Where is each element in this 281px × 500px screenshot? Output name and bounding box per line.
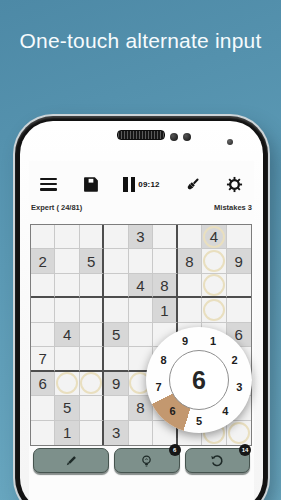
mistakes-counter: Mistakes 3 — [214, 203, 252, 214]
cell-value: 5 — [63, 399, 71, 416]
cell-r3c9[interactable] — [227, 274, 251, 298]
cell-r4c7[interactable] — [178, 298, 202, 322]
cell-r3c8[interactable] — [202, 274, 226, 298]
cell-r2c4[interactable] — [104, 249, 128, 273]
front-camera — [227, 139, 233, 145]
timer-text: 09:12 — [138, 180, 159, 189]
cell-r1c7[interactable] — [178, 225, 202, 249]
cell-r5c1[interactable] — [31, 323, 55, 347]
headline: One-touch alternate input — [0, 26, 281, 56]
wheel-number-5[interactable]: 5 — [192, 414, 206, 428]
hint-button[interactable]: 6 — [114, 448, 179, 473]
cell-r4c2[interactable] — [55, 298, 79, 322]
cell-r9c5[interactable] — [129, 421, 153, 445]
phone-frame: 09:12 — [15, 116, 268, 500]
cell-value: 1 — [160, 302, 168, 319]
cell-r2c7[interactable]: 8 — [178, 249, 202, 273]
cell-value: 4 — [63, 326, 71, 343]
cell-r5c5[interactable] — [129, 323, 153, 347]
camera-dot — [170, 133, 178, 141]
sensor-dot — [183, 133, 191, 141]
cell-r6c4[interactable] — [104, 347, 128, 371]
cell-r5c2[interactable]: 4 — [55, 323, 79, 347]
status-row: Expert ( 24/81) Mistakes 3 — [29, 203, 254, 214]
wheel-center-value: 6 — [169, 350, 229, 410]
cell-r5c4[interactable]: 5 — [104, 323, 128, 347]
cell-value: 3 — [136, 228, 144, 245]
wheel-number-2[interactable]: 2 — [228, 353, 242, 367]
app-screen: 09:12 — [29, 161, 254, 500]
cell-r2c6[interactable] — [153, 249, 177, 273]
cell-r9c1[interactable] — [31, 421, 55, 445]
wheel-number-8[interactable]: 8 — [156, 353, 170, 367]
cell-r9c3[interactable] — [80, 421, 104, 445]
cell-r2c9[interactable]: 9 — [227, 249, 251, 273]
cell-r2c2[interactable] — [55, 249, 79, 273]
cell-r8c3[interactable] — [80, 396, 104, 420]
number-wheel: 6 123456789 — [146, 327, 252, 433]
cell-r3c1[interactable] — [31, 274, 55, 298]
cell-r1c6[interactable] — [153, 225, 177, 249]
cell-value: 2 — [39, 253, 47, 270]
toolbar: 09:12 — [29, 169, 254, 199]
cell-r8c2[interactable]: 5 — [55, 396, 79, 420]
wheel-number-1[interactable]: 1 — [206, 334, 220, 348]
cell-r1c1[interactable] — [31, 225, 55, 249]
cell-value: 9 — [112, 375, 120, 392]
cell-r9c4[interactable]: 3 — [104, 421, 128, 445]
cell-r6c1[interactable]: 7 — [31, 347, 55, 371]
phone-face: 09:12 — [20, 121, 263, 500]
cell-r1c3[interactable] — [80, 225, 104, 249]
cell-r1c5[interactable]: 3 — [129, 225, 153, 249]
cell-value: 5 — [87, 253, 95, 270]
pencil-button[interactable] — [33, 448, 109, 473]
cell-r4c1[interactable] — [31, 298, 55, 322]
cell-value: 8 — [160, 277, 168, 294]
cell-value: 8 — [136, 399, 144, 416]
cell-value: 1 — [63, 424, 71, 441]
cell-value: 6 — [235, 326, 243, 343]
difficulty-progress: Expert ( 24/81) — [31, 203, 82, 214]
cell-r7c3[interactable] — [80, 372, 104, 396]
cell-r2c5[interactable] — [129, 249, 153, 273]
brush-icon[interactable] — [184, 176, 201, 193]
cell-r1c8[interactable]: 4 — [202, 225, 226, 249]
wheel-number-3[interactable]: 3 — [232, 380, 246, 394]
cell-r2c8[interactable] — [202, 249, 226, 273]
cell-r1c2[interactable] — [55, 225, 79, 249]
cell-r4c8[interactable] — [202, 298, 226, 322]
action-bar: 6 14 — [33, 448, 250, 474]
cell-r4c5[interactable] — [129, 298, 153, 322]
wheel-number-9[interactable]: 9 — [178, 334, 192, 348]
cell-r3c6[interactable]: 8 — [153, 274, 177, 298]
cell-value: 7 — [39, 350, 47, 367]
cell-r2c3[interactable]: 5 — [80, 249, 104, 273]
cell-r4c9[interactable] — [227, 298, 251, 322]
cell-r7c2[interactable] — [55, 372, 79, 396]
menu-icon[interactable] — [40, 178, 57, 191]
cell-r1c4[interactable] — [104, 225, 128, 249]
cell-r3c4[interactable] — [104, 274, 128, 298]
cell-r6c2[interactable] — [55, 347, 79, 371]
cell-r7c4[interactable]: 9 — [104, 372, 128, 396]
cell-r3c7[interactable] — [178, 274, 202, 298]
cell-r6c3[interactable] — [80, 347, 104, 371]
promo-screenshot: One-touch alternate input — [0, 0, 281, 500]
cell-r5c3[interactable] — [80, 323, 104, 347]
cell-value: 4 — [210, 228, 218, 245]
cell-r4c3[interactable] — [80, 298, 104, 322]
cell-r7c1[interactable]: 6 — [31, 372, 55, 396]
speaker-grille — [117, 130, 165, 140]
pause-timer[interactable]: 09:12 — [123, 177, 159, 192]
hint-count-badge: 6 — [169, 444, 181, 456]
cell-r3c5[interactable]: 4 — [129, 274, 153, 298]
save-icon[interactable] — [82, 176, 99, 193]
settings-icon[interactable] — [226, 176, 243, 193]
undo-count-badge: 14 — [239, 444, 251, 456]
cell-r8c1[interactable] — [31, 396, 55, 420]
cell-r9c2[interactable]: 1 — [55, 421, 79, 445]
cell-r9c9[interactable] — [227, 421, 251, 445]
wheel-number-6[interactable]: 6 — [166, 404, 180, 418]
cell-r4c6[interactable]: 1 — [153, 298, 177, 322]
cell-r2c1[interactable]: 2 — [31, 249, 55, 273]
cell-r3c3[interactable] — [80, 274, 104, 298]
cell-cursor-tick — [176, 429, 178, 438]
cell-value: 9 — [235, 253, 243, 270]
cell-value: 3 — [112, 424, 120, 441]
cell-r8c4[interactable] — [104, 396, 128, 420]
cell-r4c4[interactable] — [104, 298, 128, 322]
cell-value: 8 — [185, 253, 193, 270]
wheel-number-4[interactable]: 4 — [218, 404, 232, 418]
cell-r3c2[interactable] — [55, 274, 79, 298]
pause-icon[interactable] — [123, 177, 135, 192]
undo-button[interactable]: 14 — [185, 448, 250, 473]
cell-value: 4 — [136, 277, 144, 294]
cell-r1c9[interactable] — [227, 225, 251, 249]
wheel-number-7[interactable]: 7 — [152, 380, 166, 394]
cell-value: 5 — [112, 326, 120, 343]
cell-value: 6 — [39, 375, 47, 392]
